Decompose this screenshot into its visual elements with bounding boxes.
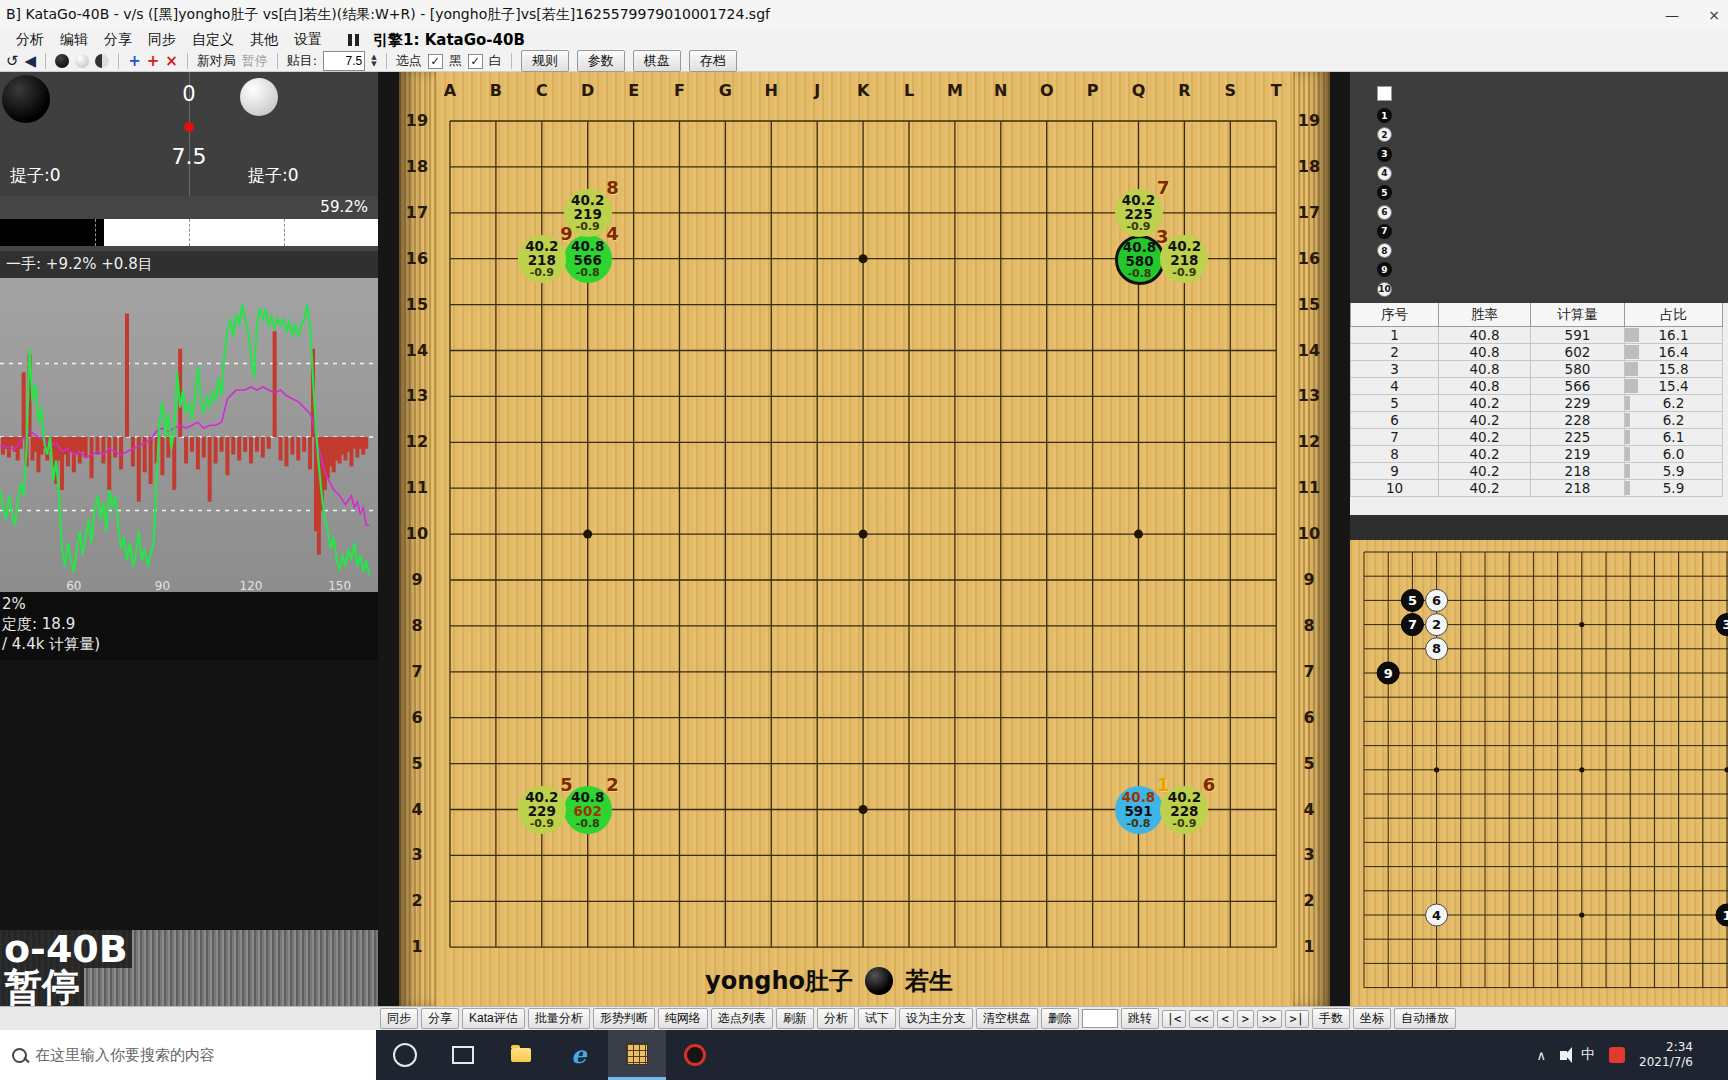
search-icon [12,1048,27,1063]
candidate-row-2[interactable]: 240.860216.4 [1351,344,1723,361]
move-strip-stone-10[interactable]: 10 [1377,282,1392,297]
analysis-score: -0.9 [1172,818,1196,830]
coord-letter-D: D [575,81,601,100]
separator [187,53,188,69]
coord-number-left-2: 2 [404,891,430,910]
ratio-value: 6.0 [1663,446,1684,462]
winrate-graph[interactable]: 6090120150 [0,278,378,592]
cell: 9 [1351,463,1439,480]
info-line: 定度: 18.9 [2,614,378,634]
bottom-button-同步[interactable]: 同步 [380,1008,418,1029]
analysis-score: -0.8 [1127,268,1151,280]
coord-number-left-9: 9 [404,570,430,589]
coord-letter-R: R [1171,81,1197,100]
coord-letter-G: G [712,81,738,100]
analysis-score: -0.9 [530,267,554,279]
coord-number-left-5: 5 [404,754,430,773]
cell: 219 [1531,446,1625,463]
analysis-score: -0.8 [1126,818,1150,830]
red-cross-icon[interactable]: + [147,54,160,69]
svg-text:8: 8 [1432,641,1441,656]
bottom-button-批量分析[interactable]: 批量分析 [528,1008,590,1029]
ratio-bar [1625,345,1639,359]
cell: 40.2 [1439,446,1531,463]
cell: 16.1 [1625,327,1723,344]
cell: 229 [1531,395,1625,412]
komi-spinner[interactable]: ▲▼ [371,54,376,68]
candidate-table-section: 序号胜率计算量占比 140.859116.1240.860216.4340.85… [1350,303,1728,515]
coord-number-right-3: 3 [1296,845,1322,864]
hints-label: 选点 [396,52,422,70]
cell: 40.2 [1439,480,1531,497]
winrate-graph-svg: 6090120150 [0,278,378,592]
coord-number-left-16: 16 [404,249,430,268]
coord-letter-B: B [483,81,509,100]
analysis-visits: 219 [574,207,602,221]
engine-pause-icon[interactable] [348,34,359,46]
mini-goban-svg: 123456789 [1350,540,1728,1006]
analysis-score: -0.9 [1126,221,1150,233]
table-header-row: 序号胜率计算量占比 [1351,303,1723,327]
analysis-winrate: 40.8 [1122,790,1155,804]
taskview-icon [452,1046,474,1064]
svg-text:90: 90 [155,579,170,592]
engine-status-overlay: o-40B 暂停 [0,930,378,1006]
cell: 40.8 [1439,344,1531,361]
ratio-bar [1625,447,1630,461]
panel-gap [1350,515,1728,540]
analysis-rank: 2 [606,776,619,795]
ratio-bar [1625,379,1638,393]
move-strip-stone-7[interactable]: 7 [1377,224,1392,239]
analysis-visits: 225 [1124,207,1152,221]
cell: 218 [1531,463,1625,480]
toolbar-button-参数[interactable]: 参数 [577,50,625,72]
separator [511,53,512,69]
taskbar-search[interactable]: 在这里输入你要搜索的内容 [0,1030,376,1080]
taskbar-icon-cortana[interactable] [376,1030,434,1080]
analysis-move-Q17[interactable]: 40.2225-0.97 [1115,189,1163,237]
separator [277,53,278,69]
bar-gridline [284,219,285,246]
cell: 16.4 [1625,344,1723,361]
game-goban-mini[interactable]: 123456789 [1350,540,1728,1006]
coord-letter-L: L [896,81,922,100]
ratio-bar [1625,481,1630,495]
cell: 40.2 [1439,395,1531,412]
cell: 40.2 [1439,429,1531,446]
close-button[interactable]: × [1694,0,1728,29]
bottom-button-手数[interactable]: 手数 [1312,1008,1350,1029]
cell: 40.2 [1439,463,1531,480]
svg-text:4: 4 [1432,908,1441,923]
cell: 6 [1351,412,1439,429]
blue-cross-icon[interactable]: + [128,54,141,69]
volume-icon[interactable] [1560,1051,1567,1060]
cell: 40.2 [1439,412,1531,429]
bottom-button->|[interactable]: >| [1285,1010,1309,1028]
bottom-button-<[interactable]: < [1217,1010,1234,1028]
analysis-move-R16[interactable]: 40.2218-0.9 [1160,235,1208,283]
svg-text:3: 3 [1722,617,1728,632]
coord-number-right-12: 12 [1296,432,1322,451]
move-effect-text: 一手: +9.2% +0.8目 [6,255,153,274]
analysis-visits: 218 [1170,253,1198,267]
cell: 580 [1531,361,1625,378]
taskbar-icon-ie[interactable]: e [550,1030,608,1080]
coord-number-left-13: 13 [404,386,430,405]
window-titlebar[interactable]: B] KataGo-40B - v/s ([黑]yongho肚子 vs[白]若生… [0,0,1728,29]
coord-number-right-8: 8 [1296,616,1322,635]
system-tray: ∧ 中 2:34 2021/7/6 [1537,1030,1728,1080]
coord-number-right-17: 17 [1296,203,1322,222]
engine-paused-label: 暂停 [0,968,84,1006]
move-strip-stone-4[interactable]: 4 [1377,166,1392,181]
record-icon [684,1044,706,1066]
move-effect-bar: 一手: +9.2% +0.8目 [0,251,378,278]
ratio-value: 15.8 [1658,361,1688,377]
cell: 1 [1351,327,1439,344]
analysis-score: -0.9 [530,818,554,830]
ratio-value: 6.2 [1663,395,1684,411]
bottom-button-Kata评估[interactable]: Kata评估 [462,1008,525,1029]
candidate-row-7[interactable]: 740.22256.1 [1351,429,1723,446]
bottom-button-清空棋盘[interactable]: 清空棋盘 [976,1008,1038,1029]
desktop: { "game": "go", "position": { "board_siz… [0,0,1728,1080]
coord-number-left-19: 19 [404,111,430,130]
ime-indicator[interactable]: 中 [1581,1046,1595,1064]
coord-number-left-17: 17 [404,203,430,222]
bottom-button-坐标[interactable]: 坐标 [1353,1008,1391,1029]
cell: 10 [1351,480,1439,497]
analysis-rank: 6 [1203,776,1216,795]
coord-number-right-19: 19 [1296,111,1322,130]
taskbar-icon-recorder[interactable] [666,1030,724,1080]
komi-marker-dot [184,122,194,132]
capture-diff: 0 [0,82,378,106]
analysis-winrate: 40.2 [1122,193,1155,207]
coord-number-right-18: 18 [1296,157,1322,176]
coord-number-left-8: 8 [404,616,430,635]
bottom-button->[interactable]: > [1237,1010,1254,1028]
table-header-序号: 序号 [1351,303,1439,327]
left-panel: 0 7.5 提子:0 提子:0 59.2% 一手: +9.2% +0.8目 60… [0,72,378,1006]
bottom-button-试下[interactable]: 试下 [858,1008,896,1029]
menu-item-分析[interactable]: 分析 [8,31,52,49]
menu-item-编辑[interactable]: 编辑 [52,31,96,49]
taskbar-icon-taskview[interactable] [434,1030,492,1080]
ratio-value: 5.9 [1663,480,1684,496]
cell: 15.4 [1625,378,1723,395]
analysis-move-R4[interactable]: 40.2228-0.96 [1160,786,1208,834]
menu-item-同步[interactable]: 同步 [140,31,184,49]
cell: 6.2 [1625,412,1723,429]
coord-number-left-1: 1 [404,937,430,956]
windows-taskbar: 在这里输入你要搜索的内容 e ∧ 中 2:34 2021/7/6 [0,1030,1728,1080]
cell: 591 [1531,327,1625,344]
move-strip-stone-2[interactable]: 2 [1377,127,1392,142]
svg-text:60: 60 [66,579,81,592]
analysis-score: -0.8 [576,267,600,279]
bottom-button->>[interactable]: >> [1257,1010,1281,1028]
coord-number-right-4: 4 [1296,800,1322,819]
analysis-winrate: 40.2 [525,790,558,804]
menu-item-设置[interactable]: 设置 [286,31,330,49]
cell: 6.1 [1625,429,1723,446]
coord-number-right-11: 11 [1296,478,1322,497]
ratio-value: 16.1 [1658,327,1688,343]
ratio-bar [1625,396,1630,410]
jump-input[interactable] [1082,1009,1118,1028]
analysis-winrate: 40.2 [525,239,558,253]
cell: 218 [1531,480,1625,497]
analysis-visits: 591 [1124,804,1152,818]
ratio-bar [1625,328,1639,342]
table-header-计算量: 计算量 [1531,303,1625,327]
taskbar-icon-goban-app[interactable] [608,1030,666,1080]
clock-time: 2:34 [1639,1040,1693,1055]
cell: 3 [1351,361,1439,378]
sogou-icon[interactable] [1609,1047,1625,1063]
candidate-row-5[interactable]: 540.22296.2 [1351,395,1723,412]
move-strip-stone-8[interactable]: 8 [1377,243,1392,258]
candidate-row-10[interactable]: 1040.22185.9 [1351,480,1723,497]
bottom-button-选点列表[interactable]: 选点列表 [711,1008,773,1029]
separator [45,53,46,69]
coord-number-left-10: 10 [404,524,430,543]
cell: 602 [1531,344,1625,361]
coord-number-right-10: 10 [1296,524,1322,543]
alternate-stone-icon[interactable] [95,54,109,68]
engine-label: 引擎1: KataGo-40B [373,31,525,50]
ratio-value: 6.1 [1663,429,1684,445]
analysis-visits: 229 [528,804,556,818]
coord-number-left-14: 14 [404,341,430,360]
black-hints-label: 黑 [449,52,462,70]
analysis-score: -0.9 [1172,267,1196,279]
winrate-bar [0,219,378,246]
coord-number-left-12: 12 [404,432,430,451]
analysis-winrate: 40.2 [571,193,604,207]
coord-number-right-9: 9 [1296,570,1322,589]
black-captures: 提子:0 [10,164,61,187]
bottom-button-纯网络[interactable]: 纯网络 [658,1008,708,1029]
candidate-row-8[interactable]: 840.22196.0 [1351,446,1723,463]
coord-number-right-2: 2 [1296,891,1322,910]
svg-text:2: 2 [1432,617,1441,632]
move-strip-stone-9[interactable]: 9 [1377,262,1392,277]
cell: 6.0 [1625,446,1723,463]
analysis-rank: 8 [606,179,619,198]
undo-icon[interactable]: ↺ [6,54,19,69]
bottom-button-分析[interactable]: 分析 [817,1008,855,1029]
toolbar-button-存档[interactable]: 存档 [689,50,737,72]
analysis-winrate: 40.8 [571,239,604,253]
tool-bar: ↺ ◀ + + × 新对局 暂停 贴目: ▲▼ 选点 ✓ 黑 ✓ 白 规则参数棋… [0,51,1728,72]
coord-letter-N: N [988,81,1014,100]
bar-gridline [95,219,96,246]
root-node-icon[interactable] [1377,86,1392,101]
analysis-move-Q4[interactable]: 40.8591-0.81 [1115,786,1163,834]
move-strip-stone-1[interactable]: 1 [1377,108,1392,123]
cell: 8 [1351,446,1439,463]
search-placeholder: 在这里输入你要搜索的内容 [35,1046,215,1065]
bottom-button-自动播放[interactable]: 自动播放 [1394,1008,1456,1029]
bottom-button-分享[interactable]: 分享 [421,1008,459,1029]
menu-item-自定义[interactable]: 自定义 [184,31,242,49]
coord-letter-P: P [1080,81,1106,100]
coord-letter-C: C [529,81,555,100]
winrate-bar-black [0,219,104,246]
ratio-bar [1625,362,1638,376]
cell: 4 [1351,378,1439,395]
white-stone-icon[interactable] [75,54,89,68]
analysis-rank: 5 [560,776,573,795]
komi-input[interactable] [323,51,365,71]
ratio-bar [1625,430,1630,444]
ratio-value: 5.9 [1663,463,1684,479]
cell: 6.2 [1625,395,1723,412]
coord-letter-J: J [804,81,830,100]
goban-app-icon [626,1043,648,1065]
minimize-button[interactable]: — [1652,0,1692,29]
engine-info-text: 2% 定度: 18.9 / 4.4k 计算量) [0,592,378,660]
coord-letter-Q: Q [1126,81,1152,100]
coord-number-right-1: 1 [1296,937,1322,956]
candidate-row-1[interactable]: 140.859116.1 [1351,327,1723,344]
cell: 7 [1351,429,1439,446]
svg-text:5: 5 [1408,593,1417,608]
analysis-visits: 566 [574,253,602,267]
svg-text:1: 1 [1722,908,1728,923]
black-hints-checkbox[interactable]: ✓ [428,54,443,69]
toolbar-button-规则[interactable]: 规则 [521,50,569,72]
analysis-rank: 9 [560,225,573,244]
bar-gridline [189,219,190,246]
svg-text:9: 9 [1384,666,1393,681]
analysis-move-C4[interactable]: 40.2229-0.95 [518,786,566,834]
analysis-winrate: 40.2 [1168,790,1201,804]
coord-letter-E: E [621,81,647,100]
red-x-icon[interactable]: × [165,54,178,69]
back-arrow-icon[interactable]: ◀ [25,54,37,69]
analysis-winrate: 40.8 [571,790,604,804]
candidate-row-6[interactable]: 640.22286.2 [1351,412,1723,429]
menu-item-分享[interactable]: 分享 [96,31,140,49]
coord-number-left-18: 18 [404,157,430,176]
analysis-visits: 580 [1125,254,1153,268]
analysis-winrate: 40.2 [1168,239,1201,253]
coord-number-right-7: 7 [1296,662,1322,681]
komi-label: 贴目: [287,52,317,70]
cell: 5.9 [1625,480,1723,497]
coord-number-right-5: 5 [1296,754,1322,773]
taskbar-icon-explorer[interactable] [492,1030,550,1080]
bottom-button-设为主分支[interactable]: 设为主分支 [899,1008,973,1029]
coord-number-left-15: 15 [404,295,430,314]
bottom-button-删除[interactable]: 删除 [1041,1008,1079,1029]
candidate-row-3[interactable]: 340.858015.8 [1351,361,1723,378]
coord-number-left-4: 4 [404,800,430,819]
cell: 5.9 [1625,463,1723,480]
move-strip-stone-6[interactable]: 6 [1377,205,1392,220]
black-player-name: yongho肚子 [705,965,853,997]
cortana-icon [393,1043,417,1067]
analysis-rank: 4 [606,225,619,244]
coord-number-left-3: 3 [404,845,430,864]
bottom-button-形势判断[interactable]: 形势判断 [593,1008,655,1029]
analysis-move-C16[interactable]: 40.2218-0.99 [518,235,566,283]
coord-number-right-15: 15 [1296,295,1322,314]
coord-number-right-13: 13 [1296,386,1322,405]
white-hints-label: 白 [489,52,502,70]
tray-caret-icon[interactable]: ∧ [1537,1048,1547,1063]
bottom-button-刷新[interactable]: 刷新 [776,1008,814,1029]
cell: 5 [1351,395,1439,412]
table-header-胜率: 胜率 [1439,303,1531,327]
menu-items: 分析编辑分享同步自定义其他设置 [8,31,330,49]
main-goban[interactable]: ABCDEFGHJKLMNOPQRST191918181717161615151… [399,72,1330,1006]
bottom-button-|<[interactable]: |< [1162,1010,1186,1028]
coord-letter-M: M [942,81,968,100]
candidate-row-9[interactable]: 940.22185.9 [1351,463,1723,480]
analysis-score: -0.9 [576,221,600,233]
toolbar-buttons: 规则参数棋盘存档 [521,50,737,72]
cell: 40.8 [1439,327,1531,344]
white-hints-checkbox[interactable]: ✓ [468,54,483,69]
coord-letter-T: T [1263,81,1289,100]
ratio-bar [1625,464,1630,478]
black-stone-icon [865,967,893,995]
cell: 566 [1531,378,1625,395]
svg-text:150: 150 [328,579,351,592]
svg-text:120: 120 [240,579,263,592]
move-strip-stone-5[interactable]: 5 [1377,185,1392,200]
coord-number-right-6: 6 [1296,708,1322,727]
coord-letter-S: S [1217,81,1243,100]
bottom-button-<<[interactable]: << [1189,1010,1213,1028]
move-list-strip: 12345678910 [1350,72,1728,303]
coord-number-right-16: 16 [1296,249,1322,268]
ratio-value: 15.4 [1658,378,1688,394]
ratio-value: 6.2 [1663,412,1684,428]
menu-item-其他[interactable]: 其他 [242,31,286,49]
coord-number-left-7: 7 [404,662,430,681]
player-info-section: 0 7.5 提子:0 提子:0 [0,72,378,196]
cell: 15.8 [1625,361,1723,378]
white-captures: 提子:0 [248,164,299,187]
winrate-section: 59.2% [0,196,378,251]
move-strip-stone-3[interactable]: 3 [1377,147,1392,162]
toolbar-button-棋盘[interactable]: 棋盘 [633,50,681,72]
new-game-button[interactable]: 新对局 [197,52,236,70]
separator [118,53,119,69]
cell: 2 [1351,344,1439,361]
analysis-score: -0.8 [576,818,600,830]
analysis-rank: 7 [1157,179,1170,198]
winrate-value: 59.2% [320,198,368,216]
analysis-move-Q16[interactable]: 40.8580-0.83 [1115,235,1165,285]
taskbar-clock[interactable]: 2:34 2021/7/6 [1639,1040,1693,1070]
black-stone-icon[interactable] [55,54,69,68]
pause-button[interactable]: 暂停 [242,52,268,70]
bottom-button-跳转[interactable]: 跳转 [1121,1008,1159,1029]
coord-number-left-11: 11 [404,478,430,497]
right-panel: 12345678910 序号胜率计算量占比 140.859116.1240.86… [1350,72,1728,1006]
svg-text:7: 7 [1408,617,1417,632]
info-line: 2% [2,594,378,614]
candidate-row-4[interactable]: 440.856615.4 [1351,378,1723,395]
